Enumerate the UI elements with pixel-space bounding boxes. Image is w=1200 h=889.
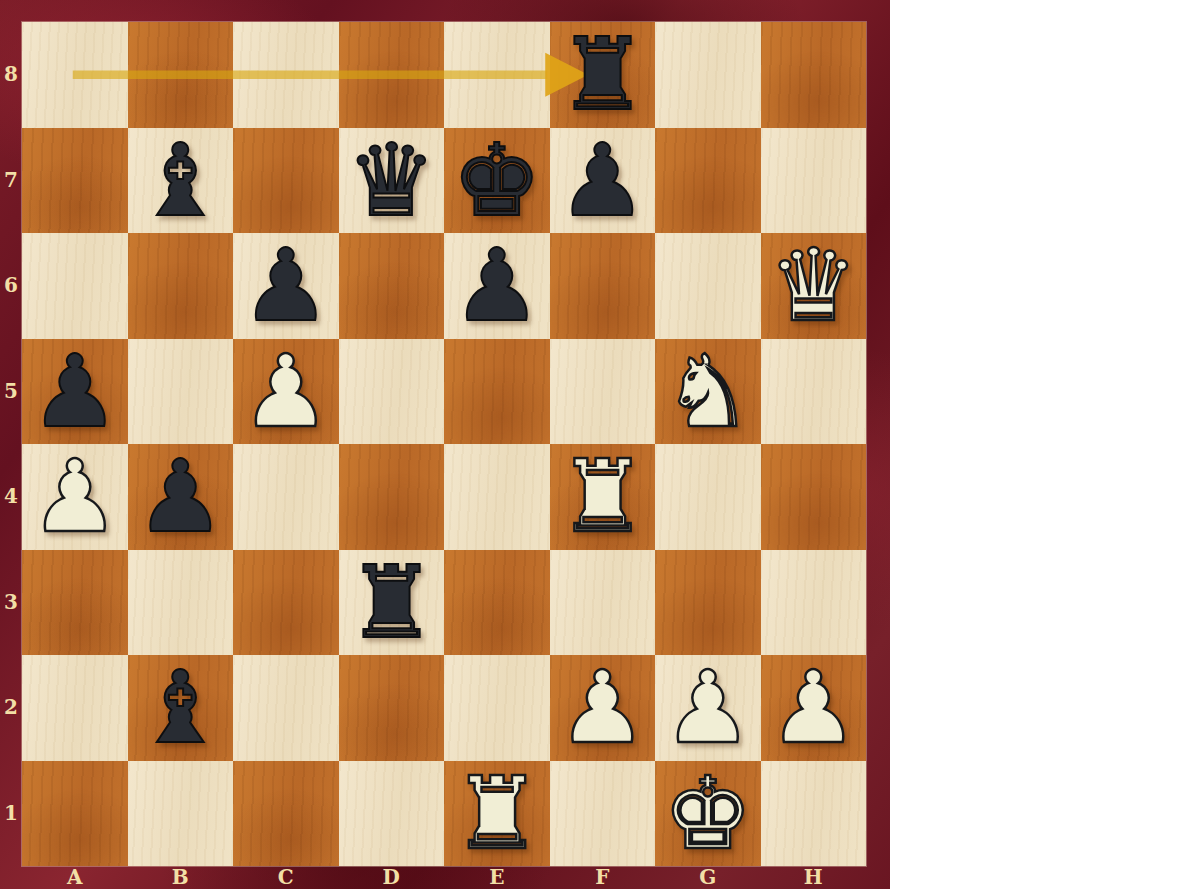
square-b1[interactable] bbox=[128, 761, 234, 867]
rank-label-1: 1 bbox=[0, 761, 22, 867]
square-a6[interactable] bbox=[22, 233, 128, 339]
black-pawn-a5[interactable]: ♟ bbox=[30, 339, 120, 444]
black-rook-d3[interactable]: ♜ bbox=[346, 550, 436, 655]
rank-label-8: 8 bbox=[0, 22, 22, 128]
square-g1[interactable]: ♚ bbox=[655, 761, 761, 867]
square-e1[interactable]: ♜ bbox=[444, 761, 550, 867]
square-a8[interactable] bbox=[22, 22, 128, 128]
file-label-a: A bbox=[22, 865, 128, 889]
square-e5[interactable] bbox=[444, 339, 550, 445]
square-d5[interactable] bbox=[339, 339, 445, 445]
square-c5[interactable]: ♟ bbox=[233, 339, 339, 445]
square-e4[interactable] bbox=[444, 444, 550, 550]
file-label-c: C bbox=[233, 865, 339, 889]
file-label-d: D bbox=[339, 865, 445, 889]
square-c1[interactable] bbox=[233, 761, 339, 867]
square-c7[interactable] bbox=[233, 128, 339, 234]
square-g3[interactable] bbox=[655, 550, 761, 656]
square-g7[interactable] bbox=[655, 128, 761, 234]
rank-label-3: 3 bbox=[0, 550, 22, 656]
square-d2[interactable] bbox=[339, 655, 445, 761]
square-h7[interactable] bbox=[761, 128, 867, 234]
square-a1[interactable] bbox=[22, 761, 128, 867]
square-f4[interactable]: ♜ bbox=[550, 444, 656, 550]
white-pawn-h2[interactable]: ♟ bbox=[768, 655, 858, 760]
rank-label-6: 6 bbox=[0, 233, 22, 339]
square-c2[interactable] bbox=[233, 655, 339, 761]
black-rook-f8[interactable]: ♜ bbox=[557, 22, 647, 127]
square-f7[interactable]: ♟ bbox=[550, 128, 656, 234]
square-b4[interactable]: ♟ bbox=[128, 444, 234, 550]
white-queen-h6[interactable]: ♛ bbox=[768, 233, 858, 338]
square-f5[interactable] bbox=[550, 339, 656, 445]
square-b7[interactable]: ♝ bbox=[128, 128, 234, 234]
rank-label-7: 7 bbox=[0, 128, 22, 234]
square-d8[interactable] bbox=[339, 22, 445, 128]
white-pawn-c5[interactable]: ♟ bbox=[241, 339, 331, 444]
square-c6[interactable]: ♟ bbox=[233, 233, 339, 339]
white-pawn-g2[interactable]: ♟ bbox=[663, 655, 753, 760]
square-e3[interactable] bbox=[444, 550, 550, 656]
square-h6[interactable]: ♛ bbox=[761, 233, 867, 339]
square-d3[interactable]: ♜ bbox=[339, 550, 445, 656]
white-king-g1[interactable]: ♚ bbox=[663, 761, 753, 866]
square-c8[interactable] bbox=[233, 22, 339, 128]
square-d1[interactable] bbox=[339, 761, 445, 867]
rank-label-2: 2 bbox=[0, 655, 22, 761]
square-h8[interactable] bbox=[761, 22, 867, 128]
white-rook-e1[interactable]: ♜ bbox=[452, 761, 542, 866]
white-pawn-f2[interactable]: ♟ bbox=[557, 655, 647, 760]
square-b6[interactable] bbox=[128, 233, 234, 339]
file-label-f: F bbox=[550, 865, 656, 889]
black-pawn-f7[interactable]: ♟ bbox=[557, 128, 647, 233]
chess-board[interactable]: ♜♝♛♚♟♟♟♛♟♟♞♟♟♜♜♝♟♟♟♜♚ bbox=[22, 22, 866, 866]
square-g4[interactable] bbox=[655, 444, 761, 550]
square-e2[interactable] bbox=[444, 655, 550, 761]
white-pawn-a4[interactable]: ♟ bbox=[30, 444, 120, 549]
black-pawn-b4[interactable]: ♟ bbox=[135, 444, 225, 549]
square-g5[interactable]: ♞ bbox=[655, 339, 761, 445]
chess-board-frame: 87654321 ABCDEFGH ♜♝♛♚♟♟♟♛♟♟♞♟♟♜♜♝♟♟♟♜♚ bbox=[0, 0, 890, 889]
square-h1[interactable] bbox=[761, 761, 867, 867]
square-a2[interactable] bbox=[22, 655, 128, 761]
square-g8[interactable] bbox=[655, 22, 761, 128]
square-e7[interactable]: ♚ bbox=[444, 128, 550, 234]
square-b3[interactable] bbox=[128, 550, 234, 656]
square-e6[interactable]: ♟ bbox=[444, 233, 550, 339]
file-label-h: H bbox=[761, 865, 867, 889]
square-a7[interactable] bbox=[22, 128, 128, 234]
rank-label-5: 5 bbox=[0, 339, 22, 445]
square-a3[interactable] bbox=[22, 550, 128, 656]
square-a5[interactable]: ♟ bbox=[22, 339, 128, 445]
black-king-e7[interactable]: ♚ bbox=[452, 128, 542, 233]
square-g2[interactable]: ♟ bbox=[655, 655, 761, 761]
black-pawn-c6[interactable]: ♟ bbox=[241, 233, 331, 338]
square-g6[interactable] bbox=[655, 233, 761, 339]
square-f3[interactable] bbox=[550, 550, 656, 656]
square-h3[interactable] bbox=[761, 550, 867, 656]
square-f2[interactable]: ♟ bbox=[550, 655, 656, 761]
black-queen-d7[interactable]: ♛ bbox=[346, 128, 436, 233]
square-d6[interactable] bbox=[339, 233, 445, 339]
file-label-b: B bbox=[128, 865, 234, 889]
black-bishop-b2[interactable]: ♝ bbox=[135, 655, 225, 760]
white-rook-f4[interactable]: ♜ bbox=[557, 444, 647, 549]
white-knight-g5[interactable]: ♞ bbox=[663, 339, 753, 444]
black-bishop-b7[interactable]: ♝ bbox=[135, 128, 225, 233]
square-c4[interactable] bbox=[233, 444, 339, 550]
square-d7[interactable]: ♛ bbox=[339, 128, 445, 234]
rank-label-4: 4 bbox=[0, 444, 22, 550]
black-pawn-e6[interactable]: ♟ bbox=[452, 233, 542, 338]
square-f6[interactable] bbox=[550, 233, 656, 339]
square-e8[interactable] bbox=[444, 22, 550, 128]
square-b8[interactable] bbox=[128, 22, 234, 128]
square-c3[interactable] bbox=[233, 550, 339, 656]
square-f1[interactable] bbox=[550, 761, 656, 867]
square-a4[interactable]: ♟ bbox=[22, 444, 128, 550]
square-d4[interactable] bbox=[339, 444, 445, 550]
square-h5[interactable] bbox=[761, 339, 867, 445]
square-f8[interactable]: ♜ bbox=[550, 22, 656, 128]
square-h2[interactable]: ♟ bbox=[761, 655, 867, 761]
square-b2[interactable]: ♝ bbox=[128, 655, 234, 761]
square-h4[interactable] bbox=[761, 444, 867, 550]
square-b5[interactable] bbox=[128, 339, 234, 445]
